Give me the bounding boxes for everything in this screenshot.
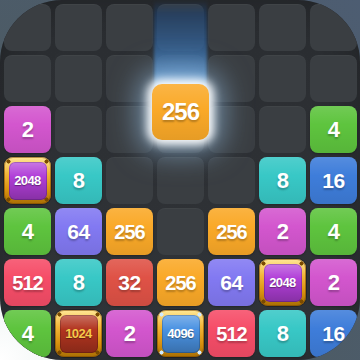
tile-4[interactable]: 4 [310,208,357,255]
tile-2[interactable]: 2 [106,310,153,357]
tile-8[interactable]: 8 [259,310,306,357]
tile-value: 512 [12,273,42,293]
tile-value: 2 [124,323,136,345]
tile-value: 256 [216,222,246,242]
tile-value: 8 [73,170,85,192]
cell-r2c2[interactable] [106,106,153,153]
tile-value: 512 [216,324,246,344]
cell-r3c0[interactable]: 2048 [4,157,51,204]
tile-value: 256 [165,273,195,293]
tile-value: 8 [73,272,85,294]
tile-value: 32 [118,272,140,293]
tile-value: 2 [328,272,340,294]
tile-8[interactable]: 8 [55,259,102,306]
tile-1024[interactable]: 1024 [55,310,102,357]
tile-512[interactable]: 512 [208,310,255,357]
tile-value: 4 [22,221,34,243]
tile-256[interactable]: 256 [157,259,204,306]
app-background: 2420488816464256256245128322566420482410… [0,0,360,360]
tile-value: 4 [328,119,340,141]
cell-r0c4[interactable] [208,4,255,51]
cell-r6c0[interactable]: 4 [4,310,51,357]
tile-value: 2048 [14,174,41,187]
tile-inner-face: 2048 [264,264,302,302]
tile-8[interactable]: 8 [259,157,306,204]
cell-r3c2[interactable] [106,157,153,204]
cell-r1c1[interactable] [55,55,102,102]
cell-r3c4[interactable] [208,157,255,204]
cell-r5c0[interactable]: 512 [4,259,51,306]
cell-r6c4[interactable]: 512 [208,310,255,357]
tile-4[interactable]: 4 [310,106,357,153]
tile-256[interactable]: 256 [208,208,255,255]
cell-r1c4[interactable] [208,55,255,102]
tile-value: 1024 [65,327,92,340]
tile-inner-face: 1024 [60,315,98,353]
cell-r2c0[interactable]: 2 [4,106,51,153]
cell-r1c6[interactable] [310,55,357,102]
cell-r5c2[interactable]: 32 [106,259,153,306]
tile-32[interactable]: 32 [106,259,153,306]
tile-8[interactable]: 8 [55,157,102,204]
cell-r5c4[interactable]: 64 [208,259,255,306]
cell-r3c6[interactable]: 16 [310,157,357,204]
cell-r4c0[interactable]: 4 [4,208,51,255]
tile-value: 64 [67,221,89,242]
tile-2[interactable]: 2 [310,259,357,306]
cell-r4c2[interactable]: 256 [106,208,153,255]
tile-value: 16 [322,323,344,344]
cell-r6c3[interactable]: 4096 [157,310,204,357]
cell-r6c5[interactable]: 8 [259,310,306,357]
cell-r2c1[interactable] [55,106,102,153]
tile-2048[interactable]: 2048 [259,259,306,306]
tile-256[interactable]: 256 [106,208,153,255]
tile-value: 4096 [167,327,194,340]
falling-tile-value: 256 [162,100,199,124]
cell-r3c5[interactable]: 8 [259,157,306,204]
cell-r0c5[interactable] [259,4,306,51]
tile-value: 4 [328,221,340,243]
tile-value: 8 [277,323,289,345]
cell-r4c1[interactable]: 64 [55,208,102,255]
cell-r2c4[interactable] [208,106,255,153]
cell-r5c5[interactable]: 2048 [259,259,306,306]
tile-64[interactable]: 64 [208,259,255,306]
cell-r4c5[interactable]: 2 [259,208,306,255]
cell-r1c0[interactable] [4,55,51,102]
cell-r5c6[interactable]: 2 [310,259,357,306]
cell-r6c6[interactable]: 16 [310,310,357,357]
tile-value: 256 [114,222,144,242]
tile-64[interactable]: 64 [55,208,102,255]
cell-r5c1[interactable]: 8 [55,259,102,306]
cell-r0c6[interactable] [310,4,357,51]
tile-value: 4 [22,323,34,345]
tile-512[interactable]: 512 [4,259,51,306]
game-board[interactable]: 2420488816464256256245128322566420482410… [0,0,360,360]
tile-value: 2 [277,221,289,243]
cell-r6c2[interactable]: 2 [106,310,153,357]
tile-2[interactable]: 2 [4,106,51,153]
cell-r2c6[interactable]: 4 [310,106,357,153]
cell-r5c3[interactable]: 256 [157,259,204,306]
tile-value: 16 [322,170,344,191]
cell-r0c0[interactable] [4,4,51,51]
cell-r3c3[interactable] [157,157,204,204]
tile-16[interactable]: 16 [310,157,357,204]
tile-16[interactable]: 16 [310,310,357,357]
tile-4[interactable]: 4 [4,208,51,255]
tile-value: 2048 [269,276,296,289]
cell-r2c5[interactable] [259,106,306,153]
cell-r4c4[interactable]: 256 [208,208,255,255]
tile-4096[interactable]: 4096 [157,310,204,357]
tile-inner-face: 2048 [9,162,47,200]
cell-r0c2[interactable] [106,4,153,51]
tile-value: 64 [220,272,242,293]
cell-r4c3[interactable] [157,208,204,255]
cell-r4c6[interactable]: 4 [310,208,357,255]
tile-4[interactable]: 4 [4,310,51,357]
cell-r6c1[interactable]: 1024 [55,310,102,357]
cell-r1c2[interactable] [106,55,153,102]
falling-tile[interactable]: 256 [152,84,209,140]
tile-inner-face: 4096 [162,315,200,353]
tile-value: 8 [277,170,289,192]
cell-r0c1[interactable] [55,4,102,51]
cell-r3c1[interactable]: 8 [55,157,102,204]
tile-2[interactable]: 2 [259,208,306,255]
tile-value: 2 [22,119,34,141]
tile-2048[interactable]: 2048 [4,157,51,204]
cell-r1c5[interactable] [259,55,306,102]
